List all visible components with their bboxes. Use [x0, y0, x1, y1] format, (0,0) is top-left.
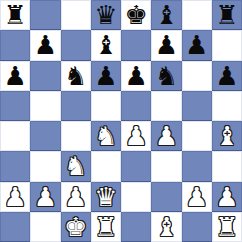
white-rook-d1[interactable]: ♜ [94, 212, 117, 242]
black-pawn-a6[interactable]: ♟ [3, 61, 26, 91]
square-h1[interactable]: ♜ [212, 212, 242, 242]
square-c7[interactable] [61, 30, 91, 60]
square-a2[interactable]: ♟ [0, 182, 30, 212]
square-f4[interactable]: ♟ [151, 121, 181, 151]
square-a8[interactable]: ♜ [0, 0, 30, 30]
white-king-c1[interactable]: ♚ [64, 212, 87, 242]
square-b8[interactable] [30, 0, 60, 30]
white-knight-d4[interactable]: ♞ [94, 121, 117, 151]
black-knight-f6[interactable]: ♞ [155, 61, 178, 91]
square-d4[interactable]: ♞ [91, 121, 121, 151]
white-bishop-f1[interactable]: ♝ [155, 212, 178, 242]
square-h8[interactable]: ♜ [212, 0, 242, 30]
black-rook-a8[interactable]: ♜ [3, 0, 26, 30]
square-d6[interactable]: ♟ [91, 61, 121, 91]
square-b1[interactable] [30, 212, 60, 242]
black-bishop-f8[interactable]: ♝ [155, 0, 178, 30]
square-f2[interactable] [151, 182, 181, 212]
square-h4[interactable]: ♝ [212, 121, 242, 151]
square-c8[interactable] [61, 0, 91, 30]
square-e4[interactable]: ♟ [121, 121, 151, 151]
square-c3[interactable]: ♞ [61, 151, 91, 181]
white-rook-h1[interactable]: ♜ [215, 212, 238, 242]
square-b4[interactable] [30, 121, 60, 151]
square-d1[interactable]: ♜ [91, 212, 121, 242]
square-h5[interactable] [212, 91, 242, 121]
white-pawn-e4[interactable]: ♟ [124, 121, 147, 151]
square-e3[interactable] [121, 151, 151, 181]
square-a1[interactable] [0, 212, 30, 242]
square-a7[interactable] [0, 30, 30, 60]
white-pawn-h2[interactable]: ♟ [215, 182, 238, 212]
square-e5[interactable] [121, 91, 151, 121]
square-c5[interactable] [61, 91, 91, 121]
square-a3[interactable] [0, 151, 30, 181]
square-h6[interactable]: ♟ [212, 61, 242, 91]
black-pawn-b7[interactable]: ♟ [34, 30, 57, 60]
square-h2[interactable]: ♟ [212, 182, 242, 212]
square-e6[interactable]: ♟ [121, 61, 151, 91]
square-b2[interactable]: ♟ [30, 182, 60, 212]
white-bishop-h4[interactable]: ♝ [215, 121, 238, 151]
square-g2[interactable]: ♟ [182, 182, 212, 212]
square-a6[interactable]: ♟ [0, 61, 30, 91]
square-e2[interactable] [121, 182, 151, 212]
black-knight-c6[interactable]: ♞ [64, 61, 87, 91]
square-h3[interactable] [212, 151, 242, 181]
square-g7[interactable]: ♟ [182, 30, 212, 60]
square-f1[interactable]: ♝ [151, 212, 181, 242]
square-b6[interactable] [30, 61, 60, 91]
black-pawn-d6[interactable]: ♟ [94, 61, 117, 91]
square-f5[interactable] [151, 91, 181, 121]
black-pawn-g7[interactable]: ♟ [185, 30, 208, 60]
square-c4[interactable] [61, 121, 91, 151]
black-queen-d8[interactable]: ♛ [94, 0, 117, 30]
white-pawn-a2[interactable]: ♟ [3, 182, 26, 212]
square-e7[interactable] [121, 30, 151, 60]
white-pawn-f4[interactable]: ♟ [155, 121, 178, 151]
square-g5[interactable] [182, 91, 212, 121]
square-g6[interactable] [182, 61, 212, 91]
square-g4[interactable] [182, 121, 212, 151]
square-f6[interactable]: ♞ [151, 61, 181, 91]
white-pawn-b2[interactable]: ♟ [34, 182, 57, 212]
square-b3[interactable] [30, 151, 60, 181]
square-g1[interactable] [182, 212, 212, 242]
white-knight-c3[interactable]: ♞ [64, 151, 87, 181]
square-a4[interactable] [0, 121, 30, 151]
square-a5[interactable] [0, 91, 30, 121]
square-d3[interactable] [91, 151, 121, 181]
square-d2[interactable]: ♛ [91, 182, 121, 212]
square-f3[interactable] [151, 151, 181, 181]
square-e8[interactable]: ♚ [121, 0, 151, 30]
chess-board: ♜♛♚♝♜♟♝♟♟♟♞♟♟♞♟♞♟♟♝♞♟♟♟♛♟♟♚♜♝♜ [0, 0, 242, 242]
black-pawn-h6[interactable]: ♟ [215, 61, 238, 91]
square-e1[interactable] [121, 212, 151, 242]
black-king-e8[interactable]: ♚ [124, 0, 147, 30]
black-bishop-d7[interactable]: ♝ [94, 30, 117, 60]
square-f8[interactable]: ♝ [151, 0, 181, 30]
black-rook-h8[interactable]: ♜ [215, 0, 238, 30]
square-c2[interactable]: ♟ [61, 182, 91, 212]
square-c1[interactable]: ♚ [61, 212, 91, 242]
square-d7[interactable]: ♝ [91, 30, 121, 60]
black-pawn-e6[interactable]: ♟ [124, 61, 147, 91]
square-f7[interactable]: ♟ [151, 30, 181, 60]
square-g8[interactable] [182, 0, 212, 30]
square-c6[interactable]: ♞ [61, 61, 91, 91]
square-b7[interactable]: ♟ [30, 30, 60, 60]
square-g3[interactable] [182, 151, 212, 181]
square-d5[interactable] [91, 91, 121, 121]
black-pawn-f7[interactable]: ♟ [155, 30, 178, 60]
square-d8[interactable]: ♛ [91, 0, 121, 30]
white-queen-d2[interactable]: ♛ [94, 182, 117, 212]
square-h7[interactable] [212, 30, 242, 60]
white-pawn-g2[interactable]: ♟ [185, 182, 208, 212]
white-pawn-c2[interactable]: ♟ [64, 182, 87, 212]
square-b5[interactable] [30, 91, 60, 121]
